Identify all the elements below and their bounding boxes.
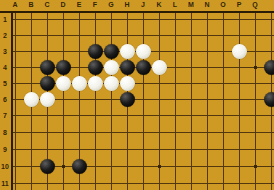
column-label: O bbox=[217, 0, 229, 9]
black-stone[interactable] bbox=[120, 60, 135, 75]
column-label: A bbox=[9, 0, 21, 9]
column-label: N bbox=[201, 0, 213, 9]
column-label: L bbox=[169, 0, 181, 9]
grid-line-horizontal bbox=[12, 183, 274, 184]
row-label: 10 bbox=[0, 162, 10, 171]
black-stone[interactable] bbox=[264, 60, 274, 75]
grid-line-vertical bbox=[159, 12, 160, 190]
star-point bbox=[62, 165, 65, 168]
grid-line-vertical bbox=[191, 12, 192, 190]
column-label: C bbox=[41, 0, 53, 9]
column-label: K bbox=[153, 0, 165, 9]
grid-line-vertical bbox=[207, 12, 208, 190]
column-label: B bbox=[25, 0, 37, 9]
grid-line-vertical bbox=[223, 12, 224, 190]
white-stone[interactable] bbox=[104, 60, 119, 75]
black-stone[interactable] bbox=[72, 159, 87, 174]
white-stone[interactable] bbox=[120, 76, 135, 91]
row-label: 4 bbox=[0, 63, 10, 72]
black-stone[interactable] bbox=[40, 76, 55, 91]
grid-line-vertical bbox=[143, 12, 144, 190]
grid-line-vertical bbox=[95, 12, 96, 190]
column-label: J bbox=[137, 0, 149, 9]
white-stone[interactable] bbox=[40, 92, 55, 107]
star-point bbox=[158, 165, 161, 168]
black-stone[interactable] bbox=[120, 92, 135, 107]
grid-line-horizontal bbox=[12, 115, 274, 116]
grid-line-vertical bbox=[111, 12, 112, 190]
row-label: 9 bbox=[0, 145, 10, 154]
row-label: 8 bbox=[0, 128, 10, 137]
grid-line-vertical bbox=[175, 12, 176, 190]
row-label: 6 bbox=[0, 95, 10, 104]
column-label: Q bbox=[249, 0, 261, 9]
row-label: 11 bbox=[0, 179, 10, 188]
black-stone[interactable] bbox=[40, 159, 55, 174]
column-label: F bbox=[89, 0, 101, 9]
column-label: G bbox=[105, 0, 117, 9]
row-label: 7 bbox=[0, 111, 10, 120]
row-label: 1 bbox=[0, 15, 10, 24]
white-stone[interactable] bbox=[104, 76, 119, 91]
white-stone[interactable] bbox=[136, 44, 151, 59]
black-stone[interactable] bbox=[88, 60, 103, 75]
grid-line-vertical bbox=[239, 12, 240, 190]
column-label: D bbox=[57, 0, 69, 9]
black-stone[interactable] bbox=[56, 60, 71, 75]
row-label: 3 bbox=[0, 47, 10, 56]
white-stone[interactable] bbox=[88, 76, 103, 91]
grid-line-horizontal bbox=[12, 149, 274, 150]
grid-line-horizontal bbox=[12, 19, 274, 20]
grid-line-horizontal bbox=[12, 35, 274, 36]
grid-line-vertical bbox=[63, 12, 64, 190]
star-point bbox=[254, 165, 257, 168]
go-board-view: ABCDEFGHJKLMNOPQ1234567891011 bbox=[0, 0, 274, 190]
board-edge-top bbox=[0, 11, 274, 13]
grid-line-vertical bbox=[255, 12, 256, 190]
white-stone[interactable] bbox=[72, 76, 87, 91]
row-label: 5 bbox=[0, 79, 10, 88]
black-stone[interactable] bbox=[136, 60, 151, 75]
white-stone[interactable] bbox=[56, 76, 71, 91]
board-edge-left bbox=[11, 11, 13, 190]
black-stone[interactable] bbox=[40, 60, 55, 75]
white-stone[interactable] bbox=[24, 92, 39, 107]
white-stone[interactable] bbox=[152, 60, 167, 75]
grid-line-horizontal bbox=[12, 132, 274, 133]
white-stone[interactable] bbox=[232, 44, 247, 59]
white-stone[interactable] bbox=[120, 44, 135, 59]
grid-line-vertical bbox=[15, 12, 16, 190]
star-point bbox=[254, 66, 257, 69]
column-label: M bbox=[185, 0, 197, 9]
black-stone[interactable] bbox=[88, 44, 103, 59]
black-stone[interactable] bbox=[104, 44, 119, 59]
black-stone[interactable] bbox=[264, 92, 274, 107]
row-label: 2 bbox=[0, 31, 10, 40]
column-label: H bbox=[121, 0, 133, 9]
column-label: P bbox=[233, 0, 245, 9]
column-label: E bbox=[73, 0, 85, 9]
